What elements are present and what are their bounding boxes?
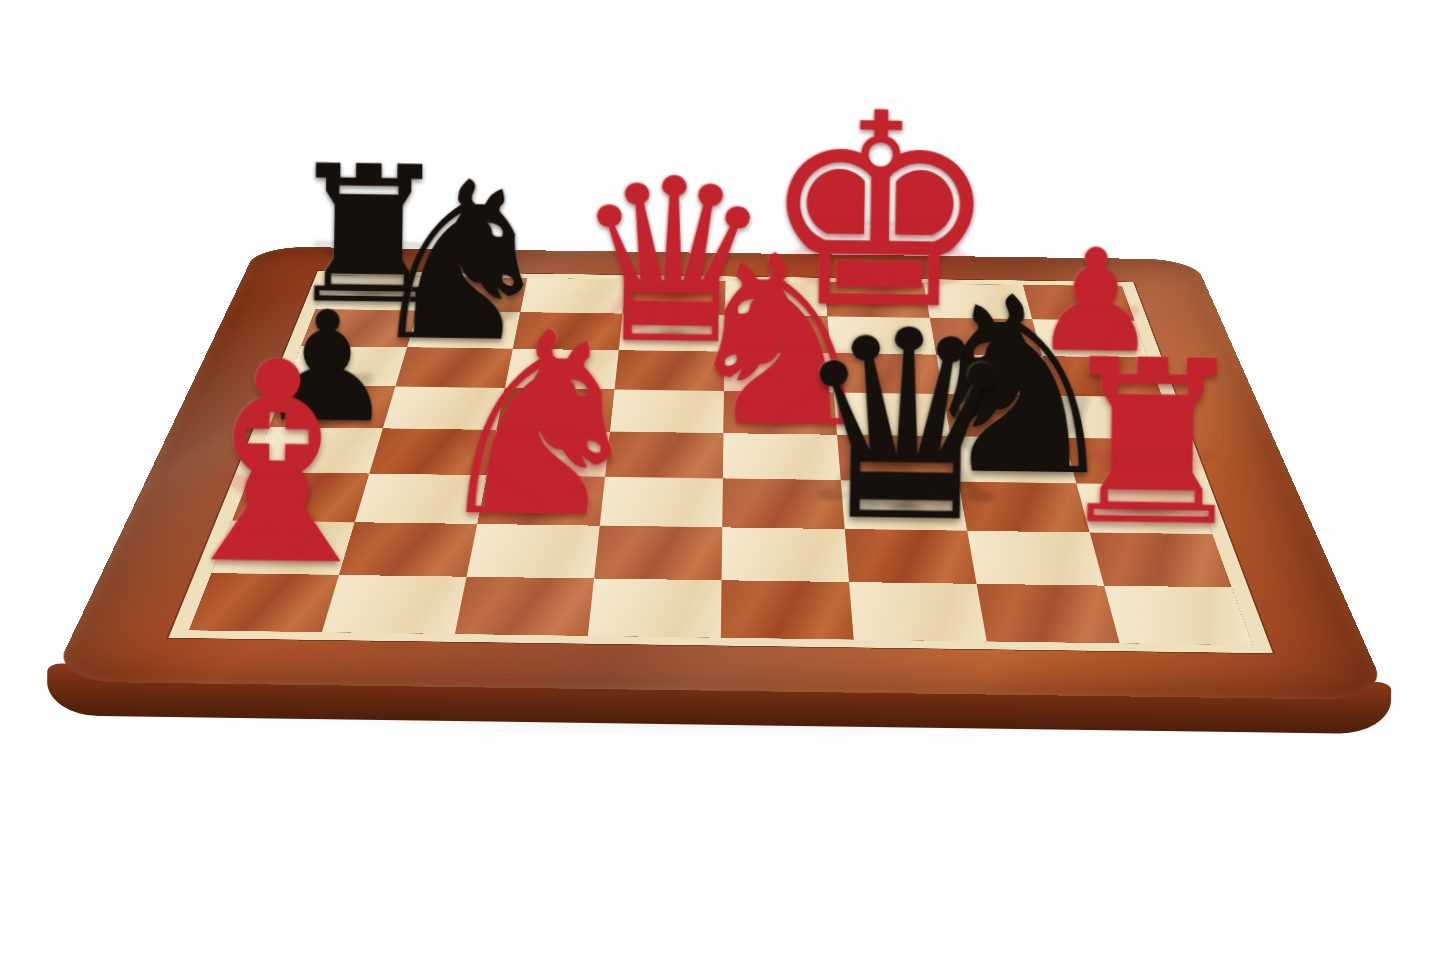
chess-board-frame: ♜♚♞♛♟♟♞♞♞♛♜♝: [50, 246, 1390, 700]
board-playing-area: ♜♚♞♛♟♟♞♞♞♛♜♝: [168, 271, 1272, 654]
piece-black-queen-f3[interactable]: ♛: [788, 323, 1025, 530]
square-g2[interactable]: [967, 531, 1104, 586]
square-h1[interactable]: [1104, 586, 1252, 645]
square-e2[interactable]: [721, 527, 849, 582]
square-d2[interactable]: [594, 526, 722, 581]
perspective-scene: ♜♚♞♛♟♟♞♞♞♛♜♝: [0, 0, 1445, 963]
square-a1[interactable]: [189, 573, 339, 632]
chess-photo-stage: ♜♚♞♛♟♟♞♞♞♛♜♝: [0, 0, 1445, 963]
square-f2[interactable]: [844, 529, 976, 584]
square-d1[interactable]: [587, 578, 721, 637]
square-c2[interactable]: [466, 524, 599, 579]
piece-red-knight-c3[interactable]: ♞: [425, 325, 654, 525]
piece-red-bishop-a2[interactable]: ♝: [151, 355, 402, 575]
camera-tilt-wrapper: ♜♚♞♛♟♟♞♞♞♛♜♝: [0, 0, 1445, 963]
square-f1[interactable]: [849, 582, 987, 641]
board-grid: ♜♚♞♛♟♟♞♞♞♛♜♝: [189, 275, 1253, 645]
square-g1[interactable]: [976, 584, 1119, 643]
square-e1[interactable]: [720, 580, 853, 639]
square-h2[interactable]: [1089, 533, 1231, 588]
square-c1[interactable]: [454, 577, 593, 636]
square-c3[interactable]: ♞: [477, 475, 605, 525]
square-h3[interactable]: ♜: [1076, 483, 1212, 534]
square-b1[interactable]: [321, 575, 466, 634]
square-f3[interactable]: ♛: [840, 480, 966, 531]
square-a2[interactable]: ♝: [211, 521, 354, 575]
piece-red-rook-h3[interactable]: ♜: [1049, 355, 1254, 534]
